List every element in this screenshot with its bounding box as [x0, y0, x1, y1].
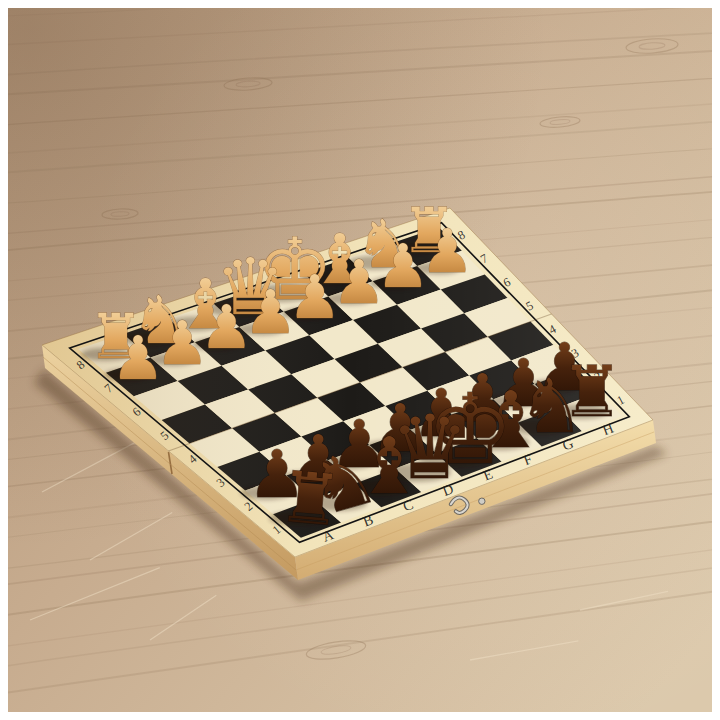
piece-white-pawn-a7[interactable]: ♟ [111, 323, 165, 393]
chess-scene: ABCDEFGH1122334455667788 ♜♞♟♝♟♚♟♛♟♝♟♞♟♜♟… [0, 0, 720, 720]
piece-dark-rook-a1[interactable]: ♜ [275, 455, 345, 542]
product-photo: ABCDEFGH1122334455667788 ♜♞♟♝♟♚♟♛♟♝♟♞♟♜♟… [0, 0, 720, 720]
